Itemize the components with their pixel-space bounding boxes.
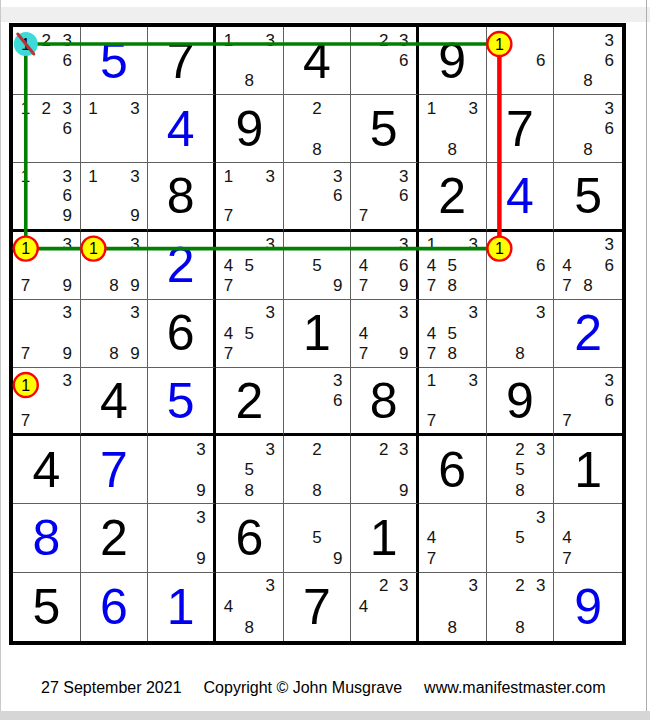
candidate-5: 5 [307, 528, 328, 548]
candidate-1: 1 [15, 30, 36, 50]
candidate-3: 3 [463, 576, 484, 597]
candidate-3: 3 [57, 303, 78, 323]
pencil-marks: 239 [353, 439, 414, 500]
solved-digit: 4 [167, 104, 195, 154]
given-digit: 9 [235, 104, 263, 154]
candidate-8: 8 [239, 617, 260, 638]
candidate-2: 2 [307, 439, 328, 459]
pencil-marks: 38 [489, 303, 552, 364]
cell-r1c9[interactable]: 368 [554, 27, 622, 95]
candidate-3: 3 [124, 303, 145, 323]
pencil-marks: 139 [83, 166, 146, 225]
cell-r3c7[interactable]: 2 [419, 163, 487, 231]
candidate-9: 9 [394, 480, 414, 500]
candidate-5: 5 [307, 255, 328, 275]
candidate-8: 8 [577, 275, 598, 295]
candidate-3: 3 [599, 371, 620, 391]
candidate-8: 8 [104, 275, 125, 295]
candidate-3: 3 [260, 166, 281, 186]
solved-digit: 8 [32, 513, 60, 563]
candidate-6: 6 [327, 391, 348, 411]
candidate-3: 3 [394, 166, 414, 186]
candidate-2: 2 [307, 98, 328, 118]
given-digit: 4 [32, 445, 60, 495]
candidate-3: 3 [260, 439, 281, 459]
cell-r7c6[interactable]: 239 [351, 436, 419, 504]
pencil-marks: 28 [286, 98, 349, 159]
candidate-3: 3 [394, 576, 414, 597]
pencil-marks: 2358 [489, 439, 552, 500]
pencil-marks: 3457 [218, 235, 281, 296]
candidate-9: 9 [327, 548, 348, 568]
cell-r5c4[interactable]: 3457 [216, 300, 284, 368]
candidate-7: 7 [556, 275, 577, 295]
cell-r1c6[interactable]: 236 [351, 27, 419, 95]
candidate-2: 2 [374, 30, 394, 50]
candidate-3: 3 [57, 235, 78, 255]
cell-r9c6[interactable]: 234 [351, 573, 419, 641]
candidate-1: 1 [218, 30, 239, 50]
candidate-8: 8 [307, 480, 328, 500]
pencil-marks: 28 [286, 439, 349, 500]
candidate-2: 2 [374, 439, 394, 459]
cell-r1c5[interactable]: 4 [284, 27, 352, 95]
candidate-4: 4 [218, 255, 239, 275]
cell-r2c4[interactable]: 9 [216, 95, 284, 163]
pencil-marks: 1236 [15, 30, 78, 91]
pencil-marks: 13 [83, 98, 146, 159]
candidate-3: 3 [530, 303, 551, 323]
cell-r9c9[interactable]: 9 [554, 573, 622, 641]
candidate-1: 1 [218, 166, 239, 186]
cell-r4c2[interactable]: 1389 [81, 232, 149, 300]
solved-digit: 2 [574, 308, 602, 358]
pencil-marks: 367 [353, 166, 414, 225]
pencil-marks: 137 [218, 166, 281, 225]
candidate-8: 8 [577, 139, 598, 159]
candidate-3: 3 [124, 235, 145, 255]
pencil-marks: 39 [150, 507, 211, 568]
cell-r9c5[interactable]: 7 [284, 573, 352, 641]
footer-website: www.manifestmaster.com [424, 679, 605, 697]
cell-r7c8[interactable]: 2358 [487, 436, 555, 504]
pencil-marks: 3457 [218, 303, 281, 364]
given-digit: 6 [438, 445, 466, 495]
given-digit: 2 [100, 513, 128, 563]
pencil-marks: 59 [286, 235, 349, 296]
solved-digit: 5 [100, 36, 128, 86]
candidate-2: 2 [36, 30, 57, 50]
cell-r5c2[interactable]: 389 [81, 300, 149, 368]
pencil-marks: 389 [83, 303, 146, 364]
pencil-marks: 34679 [353, 235, 414, 296]
cell-r3c4[interactable]: 137 [216, 163, 284, 231]
candidate-9: 9 [394, 344, 414, 364]
candidate-8: 8 [239, 480, 260, 500]
cell-r7c7[interactable]: 6 [419, 436, 487, 504]
candidate-5: 5 [509, 528, 530, 548]
candidate-3: 3 [260, 235, 281, 255]
candidate-8: 8 [509, 480, 530, 500]
candidate-7: 7 [353, 206, 373, 226]
candidate-9: 9 [57, 344, 78, 364]
solved-digit: 7 [100, 445, 128, 495]
cell-r4c4[interactable]: 3457 [216, 232, 284, 300]
candidate-7: 7 [353, 344, 373, 364]
candidate-3: 3 [124, 166, 145, 186]
candidate-1: 1 [15, 235, 36, 255]
candidate-9: 9 [191, 480, 211, 500]
candidate-3: 3 [191, 507, 211, 527]
candidate-3: 3 [260, 576, 281, 597]
candidate-9: 9 [124, 344, 145, 364]
cell-r2c7[interactable]: 138 [419, 95, 487, 163]
candidate-6: 6 [394, 255, 414, 275]
candidate-9: 9 [394, 275, 414, 295]
given-digit: 5 [32, 582, 60, 632]
candidate-7: 7 [218, 275, 239, 295]
candidate-3: 3 [463, 235, 484, 255]
candidate-3: 3 [57, 371, 78, 391]
cell-r2c2[interactable]: 13 [81, 95, 149, 163]
pencil-marks: 38 [421, 576, 484, 638]
candidate-9: 9 [191, 548, 211, 568]
candidate-5: 5 [442, 255, 463, 275]
candidate-1: 1 [83, 98, 104, 118]
pencil-marks: 134578 [421, 235, 484, 296]
pencil-marks: 348 [218, 576, 281, 638]
candidate-6: 6 [599, 50, 620, 70]
cell-r9c7[interactable]: 38 [419, 573, 487, 641]
candidate-9: 9 [57, 275, 78, 295]
pencil-marks: 137 [421, 371, 484, 430]
candidate-3: 3 [463, 303, 484, 323]
given-digit: 4 [303, 36, 331, 86]
candidate-7: 7 [421, 410, 442, 430]
pencil-marks: 138 [421, 98, 484, 159]
cell-r7c5[interactable]: 28 [284, 436, 352, 504]
candidate-5: 5 [509, 460, 530, 480]
candidate-3: 3 [57, 98, 78, 118]
given-digit: 8 [370, 376, 398, 426]
candidate-4: 4 [421, 255, 442, 275]
candidate-3: 3 [599, 98, 620, 118]
candidate-6: 6 [57, 119, 78, 139]
candidate-6: 6 [57, 50, 78, 70]
candidate-7: 7 [15, 344, 36, 364]
candidate-1: 1 [83, 235, 104, 255]
cell-r4c7[interactable]: 134578 [419, 232, 487, 300]
given-digit: 8 [167, 171, 195, 221]
candidate-5: 5 [442, 323, 463, 343]
candidate-3: 3 [394, 439, 414, 459]
cell-r3c2[interactable]: 139 [81, 163, 149, 231]
cell-r9c4[interactable]: 348 [216, 573, 284, 641]
pencil-marks: 47 [556, 507, 620, 568]
cell-r5c5[interactable]: 1 [284, 300, 352, 368]
candidate-7: 7 [421, 275, 442, 295]
cell-r6c3[interactable]: 5 [148, 368, 216, 436]
pencil-marks: 34678 [556, 235, 620, 296]
cell-r1c3[interactable]: 7 [148, 27, 216, 95]
given-digit: 1 [303, 308, 331, 358]
sudoku-board: 1236571384236916368123613492851387368136… [9, 23, 626, 645]
candidate-4: 4 [218, 323, 239, 343]
window-bottom-band [0, 711, 650, 720]
pencil-marks: 36 [286, 166, 349, 225]
candidate-1: 1 [489, 235, 510, 255]
candidate-9: 9 [124, 206, 145, 226]
cell-r7c2[interactable]: 7 [81, 436, 149, 504]
candidate-4: 4 [353, 255, 373, 275]
pencil-marks: 238 [489, 576, 552, 638]
cell-r5c1[interactable]: 379 [13, 300, 81, 368]
pencil-marks: 16 [489, 30, 552, 91]
cell-r1c7[interactable]: 9 [419, 27, 487, 95]
candidate-8: 8 [442, 139, 463, 159]
candidate-9: 9 [124, 275, 145, 295]
candidate-1: 1 [489, 30, 510, 50]
solved-digit: 6 [100, 582, 128, 632]
candidate-2: 2 [374, 576, 394, 597]
candidate-3: 3 [599, 30, 620, 50]
pencil-marks: 16 [489, 235, 552, 296]
cell-r8c3[interactable]: 39 [148, 504, 216, 572]
candidate-8: 8 [307, 139, 328, 159]
pencil-marks: 1369 [15, 166, 78, 225]
solved-digit: 9 [574, 582, 602, 632]
candidate-8: 8 [442, 617, 463, 638]
cell-r7c3[interactable]: 39 [148, 436, 216, 504]
cell-r9c3[interactable]: 1 [148, 573, 216, 641]
pencil-marks: 35 [489, 507, 552, 568]
candidate-6: 6 [394, 186, 414, 206]
candidate-4: 4 [421, 528, 442, 548]
given-digit: 7 [506, 104, 534, 154]
cell-r5c6[interactable]: 3479 [351, 300, 419, 368]
given-digit: 2 [235, 376, 263, 426]
candidate-3: 3 [124, 98, 145, 118]
cell-r9c8[interactable]: 238 [487, 573, 555, 641]
cell-r4c1[interactable]: 1379 [13, 232, 81, 300]
pencil-marks: 39 [150, 439, 211, 500]
cell-r3c3[interactable]: 8 [148, 163, 216, 231]
cell-r8c5[interactable]: 59 [284, 504, 352, 572]
cell-r5c3[interactable]: 6 [148, 300, 216, 368]
candidate-3: 3 [191, 439, 211, 459]
cell-r3c1[interactable]: 1369 [13, 163, 81, 231]
candidate-4: 4 [421, 323, 442, 343]
cell-r4c9[interactable]: 34678 [554, 232, 622, 300]
cell-r1c8[interactable]: 16 [487, 27, 555, 95]
candidate-3: 3 [260, 30, 281, 50]
cell-r4c6[interactable]: 34679 [351, 232, 419, 300]
cell-r2c5[interactable]: 28 [284, 95, 352, 163]
candidate-1: 1 [421, 371, 442, 391]
candidate-2: 2 [509, 439, 530, 459]
pencil-marks: 36 [286, 371, 349, 430]
candidate-4: 4 [218, 596, 239, 617]
candidate-3: 3 [599, 235, 620, 255]
given-digit: 5 [574, 171, 602, 221]
candidate-6: 6 [394, 50, 414, 70]
candidate-3: 3 [394, 303, 414, 323]
cell-r5c9[interactable]: 2 [554, 300, 622, 368]
candidate-7: 7 [556, 410, 577, 430]
cell-r3c9[interactable]: 5 [554, 163, 622, 231]
cell-r4c3[interactable]: 2 [148, 232, 216, 300]
candidate-6: 6 [530, 50, 551, 70]
footer-copyright: Copyright © John Musgrave [204, 679, 403, 697]
solved-digit: 5 [167, 376, 195, 426]
cell-r6c9[interactable]: 367 [554, 368, 622, 436]
cell-r9c1[interactable]: 5 [13, 573, 81, 641]
pencil-marks: 358 [218, 439, 281, 500]
candidate-3: 3 [463, 98, 484, 118]
candidate-7: 7 [15, 275, 36, 295]
candidate-5: 5 [239, 460, 260, 480]
cell-r1c4[interactable]: 138 [216, 27, 284, 95]
candidate-6: 6 [599, 255, 620, 275]
cell-r5c8[interactable]: 38 [487, 300, 555, 368]
given-digit: 1 [370, 513, 398, 563]
pencil-marks: 368 [556, 98, 620, 159]
candidate-3: 3 [327, 371, 348, 391]
window-right-edge [646, 0, 647, 720]
candidate-7: 7 [15, 410, 36, 430]
pencil-marks: 234 [353, 576, 414, 638]
solved-digit: 4 [506, 171, 534, 221]
cell-r4c8[interactable]: 16 [487, 232, 555, 300]
candidate-6: 6 [327, 186, 348, 206]
pencil-marks: 236 [353, 30, 414, 91]
pencil-marks: 1389 [83, 235, 146, 296]
cell-r4c5[interactable]: 59 [284, 232, 352, 300]
given-digit: 6 [235, 513, 263, 563]
candidate-6: 6 [599, 119, 620, 139]
candidate-9: 9 [57, 206, 78, 226]
pencil-marks: 137 [15, 371, 78, 430]
cell-r6c1[interactable]: 137 [13, 368, 81, 436]
candidate-4: 4 [353, 596, 373, 617]
candidate-8: 8 [104, 344, 125, 364]
candidate-1: 1 [421, 235, 442, 255]
cell-r8c4[interactable]: 6 [216, 504, 284, 572]
cell-r5c7[interactable]: 34578 [419, 300, 487, 368]
cell-r3c8[interactable]: 4 [487, 163, 555, 231]
cell-r6c8[interactable]: 9 [487, 368, 555, 436]
cell-r2c6[interactable]: 5 [351, 95, 419, 163]
candidate-3: 3 [57, 166, 78, 186]
candidate-3: 3 [57, 30, 78, 50]
cell-r8c9[interactable]: 47 [554, 504, 622, 572]
cell-r7c9[interactable]: 1 [554, 436, 622, 504]
cell-r6c5[interactable]: 36 [284, 368, 352, 436]
candidate-9: 9 [327, 275, 348, 295]
pencil-marks: 1379 [15, 235, 78, 296]
cell-r3c6[interactable]: 367 [351, 163, 419, 231]
candidate-8: 8 [442, 275, 463, 295]
candidate-8: 8 [509, 344, 530, 364]
candidate-8: 8 [577, 71, 598, 91]
candidate-1: 1 [15, 371, 36, 391]
cell-r2c8[interactable]: 7 [487, 95, 555, 163]
candidate-3: 3 [530, 507, 551, 527]
candidate-1: 1 [421, 98, 442, 118]
cell-r6c6[interactable]: 8 [351, 368, 419, 436]
window-left-edge [0, 0, 1, 720]
candidate-4: 4 [556, 255, 577, 275]
given-digit: 7 [167, 36, 195, 86]
candidate-5: 5 [239, 255, 260, 275]
candidate-7: 7 [353, 275, 373, 295]
given-digit: 9 [438, 36, 466, 86]
candidate-3: 3 [463, 371, 484, 391]
pencil-marks: 3479 [353, 303, 414, 364]
candidate-7: 7 [218, 344, 239, 364]
cell-r2c1[interactable]: 1236 [13, 95, 81, 163]
pencil-marks: 379 [15, 303, 78, 364]
candidate-5: 5 [239, 323, 260, 343]
cell-r2c9[interactable]: 368 [554, 95, 622, 163]
candidate-7: 7 [556, 548, 577, 568]
candidate-4: 4 [556, 528, 577, 548]
cell-r6c4[interactable]: 2 [216, 368, 284, 436]
candidate-8: 8 [509, 617, 530, 638]
cell-r8c2[interactable]: 2 [81, 504, 149, 572]
given-digit: 9 [506, 376, 534, 426]
candidate-7: 7 [421, 344, 442, 364]
candidate-3: 3 [327, 166, 348, 186]
candidate-3: 3 [260, 303, 281, 323]
given-digit: 4 [100, 376, 128, 426]
cell-r1c2[interactable]: 5 [81, 27, 149, 95]
cell-r1c1[interactable]: 1236 [13, 27, 81, 95]
candidate-4: 4 [353, 323, 373, 343]
pencil-marks: 47 [421, 507, 484, 568]
candidate-2: 2 [509, 576, 530, 597]
candidate-3: 3 [394, 30, 414, 50]
given-digit: 7 [303, 582, 331, 632]
cell-r7c1[interactable]: 4 [13, 436, 81, 504]
cell-r3c5[interactable]: 36 [284, 163, 352, 231]
pencil-marks: 34578 [421, 303, 484, 364]
given-digit: 6 [167, 308, 195, 358]
solved-digit: 1 [167, 582, 195, 632]
cell-r8c7[interactable]: 47 [419, 504, 487, 572]
pencil-marks: 1236 [15, 98, 78, 159]
cell-r6c7[interactable]: 137 [419, 368, 487, 436]
candidate-7: 7 [421, 548, 442, 568]
cell-r9c2[interactable]: 6 [81, 573, 149, 641]
candidate-1: 1 [15, 98, 36, 118]
cell-r8c1[interactable]: 8 [13, 504, 81, 572]
candidate-3: 3 [530, 439, 551, 459]
cell-r7c4[interactable]: 358 [216, 436, 284, 504]
candidate-8: 8 [442, 344, 463, 364]
cell-r8c6[interactable]: 1 [351, 504, 419, 572]
pencil-marks: 367 [556, 371, 620, 430]
pencil-marks: 59 [286, 507, 349, 568]
cell-r6c2[interactable]: 4 [81, 368, 149, 436]
given-digit: 1 [574, 445, 602, 495]
solved-digit: 2 [167, 240, 195, 290]
candidate-7: 7 [218, 206, 239, 226]
cell-r2c3[interactable]: 4 [148, 95, 216, 163]
cell-r8c8[interactable]: 35 [487, 504, 555, 572]
candidate-6: 6 [599, 391, 620, 411]
candidate-8: 8 [239, 71, 260, 91]
